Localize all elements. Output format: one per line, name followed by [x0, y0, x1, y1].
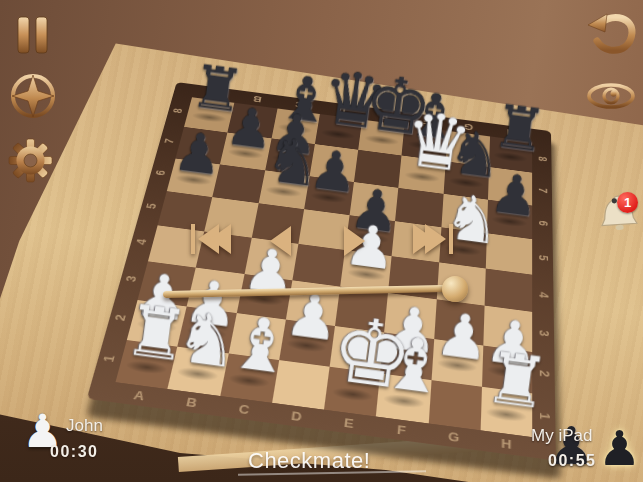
file-label-front-D: D	[286, 408, 306, 426]
rank-label-left-6: 6	[152, 166, 170, 179]
rank-label-right-5: 5	[535, 251, 551, 265]
bar-glyph	[191, 224, 195, 254]
pause-bar	[36, 17, 47, 53]
piece-white-bishop-c1[interactable]: ♝	[224, 308, 284, 383]
file-label-front-C: C	[234, 401, 255, 418]
file-label-front-E: E	[339, 415, 359, 433]
pause-button[interactable]	[15, 15, 53, 55]
skip-to-start-button[interactable]	[191, 224, 231, 254]
white-player-clock: 00:30	[50, 443, 98, 461]
file-label-front-H: H	[497, 435, 515, 453]
piece-black-knight-c6[interactable]: ♞	[261, 130, 314, 194]
piece-white-king-e1[interactable]: ♚	[326, 306, 388, 398]
file-label-front-A: A	[128, 387, 150, 404]
pause-bar	[18, 17, 29, 53]
rank-label-right-4: 4	[535, 287, 551, 302]
pointer-stick-ball	[442, 276, 468, 302]
rank-label-left-8: 8	[169, 105, 186, 117]
rank-label-right-6: 6	[535, 217, 550, 230]
piece-black-pawn-a6[interactable]: ♟	[171, 125, 223, 182]
black-player-name: My iPad	[531, 426, 592, 446]
eye-button[interactable]	[585, 78, 637, 114]
piece-white-knight-b1[interactable]: ♞	[172, 303, 232, 376]
rank-label-left-4: 4	[132, 235, 151, 249]
piece-white-rook-a1[interactable]: ♜	[121, 297, 181, 370]
left-triangle-icon	[270, 226, 291, 256]
piece-white-rook-h1[interactable]: ♜	[481, 344, 541, 417]
status-text: Checkmate!	[248, 448, 370, 474]
right-triangle-icon	[425, 224, 446, 254]
undo-button[interactable]	[586, 10, 638, 56]
gear-icon	[9, 139, 52, 182]
compass-button[interactable]	[9, 72, 57, 120]
eye-icon	[589, 85, 633, 107]
chess-app-screen: 88AA77BB66CC55DD44EE33FF22GG11HH♜♝♛♚♝♜♟♟…	[0, 0, 643, 482]
step-forward-button[interactable]	[344, 226, 365, 256]
bar-glyph	[449, 224, 453, 254]
notification-badge: 1	[617, 192, 638, 213]
undo-arrow-icon	[588, 14, 632, 50]
file-label-front-B: B	[181, 394, 202, 411]
chessboard[interactable]: 88AA77BB66CC55DD44EE33FF22GG11HH♜♝♛♚♝♜♟♟…	[87, 82, 556, 461]
step-back-button[interactable]	[270, 226, 291, 256]
file-label-front-G: G	[444, 429, 463, 447]
rank-label-left-5: 5	[142, 200, 161, 214]
skip-to-end-button[interactable]	[413, 224, 453, 254]
black-pawn-icon: ♟	[598, 424, 641, 472]
white-player-name: John	[66, 416, 103, 436]
left-triangle-icon	[210, 224, 231, 254]
piece-white-queen-f7[interactable]: ♛	[400, 103, 453, 180]
file-label-front-F: F	[392, 422, 411, 440]
right-triangle-icon	[344, 226, 365, 256]
square-d5[interactable]	[298, 209, 349, 250]
rank-label-left-1: 1	[99, 351, 120, 368]
gear-button[interactable]	[8, 138, 53, 183]
black-player-clock: 00:55	[548, 452, 596, 470]
